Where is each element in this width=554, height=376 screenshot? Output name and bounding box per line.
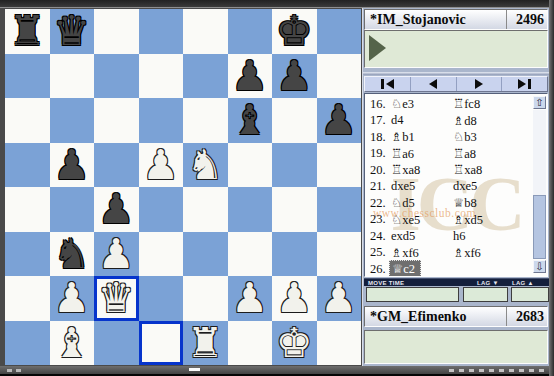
square-a6[interactable]	[5, 98, 50, 143]
piece-white-rook[interactable]: ♜	[187, 321, 224, 365]
piece-white-knight[interactable]: ♞	[187, 143, 224, 187]
black-move[interactable]: ♖xa8	[453, 162, 535, 178]
move-number: 22.	[365, 196, 391, 211]
black-move[interactable]: ♘b3	[453, 129, 535, 145]
move-number: 21.	[365, 179, 391, 194]
square-c5[interactable]	[94, 143, 139, 188]
square-e2[interactable]	[183, 276, 228, 321]
move-row[interactable]: 16.♘e3♖fc8	[365, 96, 535, 113]
top-player-bar: *IM_Stojanovic 2496	[364, 9, 548, 30]
square-h1[interactable]	[317, 321, 362, 366]
square-h5[interactable]	[317, 143, 362, 188]
square-e3[interactable]	[183, 232, 228, 277]
square-c8[interactable]	[94, 9, 139, 54]
move-rows: 16.♘e3♖fc817.d4♗d818.♗b1♘b319.♖a6♖a820.♖…	[365, 96, 535, 277]
square-b6[interactable]	[50, 98, 95, 143]
piece-white-pawn[interactable]: ♟	[98, 232, 135, 276]
black-move[interactable]: ♖a8	[453, 146, 535, 162]
piece-white-king[interactable]: ♚	[276, 321, 313, 365]
move-nav-bar	[364, 76, 548, 92]
piece-black-rook[interactable]: ♜	[9, 9, 46, 53]
square-d6[interactable]	[139, 98, 184, 143]
black-move[interactable]: h6	[453, 229, 535, 244]
black-move[interactable]: ♕b8	[453, 195, 535, 211]
nav-first-move-button[interactable]	[365, 77, 411, 91]
square-d8[interactable]	[139, 9, 184, 54]
move-number: 25.	[365, 245, 391, 260]
square-c3[interactable]: ♟	[94, 232, 139, 277]
next-move-icon	[475, 79, 483, 89]
status-bar	[0, 366, 554, 376]
bottom-player-rating: 2683	[506, 307, 547, 326]
white-move[interactable]: d4	[391, 113, 453, 128]
move-number: 19.	[365, 146, 391, 161]
piece-black-knight[interactable]: ♞	[53, 232, 90, 276]
white-move[interactable]: ♘xe5	[391, 212, 453, 228]
black-move[interactable]: ♗d8	[453, 113, 535, 129]
move-number: 26.	[365, 262, 391, 277]
square-f6[interactable]: ♝	[228, 98, 273, 143]
piece-black-bishop[interactable]: ♝	[231, 98, 268, 142]
square-d3[interactable]	[139, 232, 184, 277]
lag-up-label: LAG ▲	[512, 280, 534, 286]
square-b5[interactable]: ♟	[50, 143, 95, 188]
game-info-panel: *IM_Stojanovic 2496 ICC www	[362, 8, 549, 366]
square-c4[interactable]: ♟	[94, 187, 139, 232]
square-d1[interactable]	[139, 321, 184, 366]
turn-indicator-icon	[369, 35, 386, 61]
white-move[interactable]: ♖xa8	[391, 162, 453, 178]
square-b1[interactable]: ♝	[50, 321, 95, 366]
lag-up-field[interactable]	[511, 287, 549, 302]
move-time-label: MOVE TIME	[368, 280, 404, 286]
square-b3[interactable]: ♞	[50, 232, 95, 277]
square-a5[interactable]	[5, 143, 50, 188]
black-move[interactable]: ♖fc8	[453, 96, 535, 112]
square-e6[interactable]	[183, 98, 228, 143]
scroll-down-button[interactable]: ⇩	[533, 260, 546, 273]
square-e7[interactable]	[183, 54, 228, 99]
white-move[interactable]: ♘d5	[391, 195, 453, 211]
square-h6[interactable]: ♟	[317, 98, 362, 143]
square-f1[interactable]	[228, 321, 273, 366]
move-number: 18.	[365, 130, 391, 145]
square-h3[interactable]	[317, 232, 362, 277]
panel-divider	[363, 72, 550, 75]
bottom-player-clock	[364, 330, 548, 364]
move-time-field[interactable]	[366, 287, 459, 302]
square-b7[interactable]	[50, 54, 95, 99]
piece-black-king[interactable]: ♚	[276, 9, 313, 53]
square-g4[interactable]	[272, 187, 317, 232]
square-h2[interactable]: ♟	[317, 276, 362, 321]
square-a4[interactable]	[5, 187, 50, 232]
nav-previous-move-button[interactable]	[411, 77, 457, 91]
piece-white-pawn[interactable]: ♟	[142, 143, 179, 187]
white-move[interactable]: ♗xf6	[391, 245, 453, 261]
status-bar-left-dashes	[7, 369, 25, 372]
square-a3[interactable]	[5, 232, 50, 277]
square-h7[interactable]	[317, 54, 362, 99]
square-h8[interactable]	[317, 9, 362, 54]
white-move[interactable]: ♗b1	[391, 129, 453, 145]
bottom-player-name: *GM_Efimenko	[365, 307, 506, 326]
bottom-player-bar: *GM_Efimenko 2683	[364, 306, 548, 327]
piece-white-queen[interactable]: ♛	[98, 276, 135, 320]
move-row[interactable]: 25.♗xf6♗xf6	[365, 245, 535, 262]
lag-down-label: LAG ▼	[477, 280, 499, 286]
square-g2[interactable]: ♟	[272, 276, 317, 321]
piece-black-queen[interactable]: ♛	[53, 9, 90, 53]
nav-last-move-button[interactable]	[502, 77, 547, 91]
square-f2[interactable]: ♟	[228, 276, 273, 321]
scrollbar-track[interactable]	[533, 110, 546, 259]
square-b2[interactable]: ♟	[50, 276, 95, 321]
chess-board[interactable]: ♜♛♚♟♟♝♟♟♟♞♟♞♟♟♛♟♟♟♝♜♚	[5, 9, 361, 365]
square-f5[interactable]	[228, 143, 273, 188]
piece-white-pawn[interactable]: ♟	[276, 276, 313, 320]
black-move[interactable]: ♗xd5	[453, 212, 535, 228]
scroll-up-button[interactable]: ⇧	[533, 96, 546, 109]
square-f3[interactable]	[228, 232, 273, 277]
move-number: 17.	[365, 113, 391, 128]
square-e4[interactable]	[183, 187, 228, 232]
square-c1[interactable]	[94, 321, 139, 366]
white-move[interactable]: ♕c2	[391, 260, 453, 277]
piece-white-pawn[interactable]: ♟	[231, 276, 268, 320]
white-move[interactable]: ♖a6	[391, 146, 453, 162]
square-d5[interactable]: ♟	[139, 143, 184, 188]
move-list[interactable]: ICC www.chessclub.com 16.♘e3♖fc817.d4♗d8…	[364, 93, 548, 277]
square-d2[interactable]	[139, 276, 184, 321]
square-a2[interactable]	[5, 276, 50, 321]
status-bar-right-dots	[449, 369, 544, 372]
piece-black-pawn[interactable]: ♟	[53, 143, 90, 187]
scroll-down-icon: ⇩	[535, 261, 543, 272]
top-player-rating: 2496	[506, 10, 547, 29]
square-f4[interactable]	[228, 187, 273, 232]
square-g3[interactable]	[272, 232, 317, 277]
piece-black-pawn[interactable]: ♟	[98, 187, 135, 231]
black-move[interactable]: dxe5	[453, 179, 535, 194]
lag-down-field[interactable]	[463, 287, 508, 302]
square-f8[interactable]	[228, 9, 273, 54]
piece-black-pawn[interactable]: ♟	[276, 54, 313, 98]
square-f7[interactable]: ♟	[228, 54, 273, 99]
window-right-border	[549, 0, 554, 376]
move-number: 24.	[365, 229, 391, 244]
nav-next-move-button[interactable]	[457, 77, 503, 91]
move-row[interactable]: 17.d4♗d8	[365, 113, 535, 130]
move-number: 23.	[365, 212, 391, 227]
last-move-icon	[518, 79, 526, 89]
square-g5[interactable]	[272, 143, 317, 188]
piece-white-bishop[interactable]: ♝	[53, 321, 90, 365]
top-player-name: *IM_Stojanovic	[365, 10, 506, 29]
move-row[interactable]: 20.♖xa8♖xa8	[365, 162, 535, 179]
piece-white-pawn[interactable]: ♟	[320, 276, 357, 320]
white-move[interactable]: ♘e3	[391, 96, 453, 112]
square-c2[interactable]: ♛	[94, 276, 139, 321]
square-c7[interactable]	[94, 54, 139, 99]
square-a8[interactable]: ♜	[5, 9, 50, 54]
black-move[interactable]: ♗xf6	[453, 245, 535, 261]
square-h4[interactable]	[317, 187, 362, 232]
square-g8[interactable]: ♚	[272, 9, 317, 54]
move-row[interactable]: 21.dxe5dxe5	[365, 179, 535, 196]
square-c6[interactable]	[94, 98, 139, 143]
move-row[interactable]: 18.♗b1♘b3	[365, 129, 535, 146]
scroll-up-icon: ⇧	[535, 97, 543, 108]
square-e1[interactable]: ♜	[183, 321, 228, 366]
blitzin-window: ♜♛♚♟♟♝♟♟♟♞♟♞♟♟♛♟♟♟♝♜♚ *IM_Stojanovic 249…	[0, 0, 554, 376]
square-a7[interactable]	[5, 54, 50, 99]
square-b8[interactable]: ♛	[50, 9, 95, 54]
first-move-icon	[381, 79, 384, 89]
piece-black-pawn[interactable]: ♟	[231, 54, 268, 98]
previous-move-icon	[429, 79, 437, 89]
square-e8[interactable]	[183, 9, 228, 54]
move-row[interactable]: 24.exd5h6	[365, 228, 535, 245]
move-number: 20.	[365, 163, 391, 178]
move-row[interactable]: 23.♘xe5♗xd5	[365, 212, 535, 229]
square-e5[interactable]: ♞	[183, 143, 228, 188]
move-row[interactable]: 22.♘d5♕b8	[365, 195, 535, 212]
move-row[interactable]: 26.♕c2	[365, 261, 535, 277]
square-g1[interactable]: ♚	[272, 321, 317, 366]
scrollbar-thumb[interactable]	[533, 195, 546, 259]
stat-labels-bar: MOVE TIME LAG ▼ LAG ▲	[364, 278, 549, 286]
piece-black-pawn[interactable]: ♟	[320, 98, 357, 142]
square-g7[interactable]: ♟	[272, 54, 317, 99]
piece-white-pawn[interactable]: ♟	[53, 276, 90, 320]
white-move[interactable]: dxe5	[391, 179, 453, 194]
square-b4[interactable]	[50, 187, 95, 232]
move-number: 16.	[365, 97, 391, 112]
square-a1[interactable]	[5, 321, 50, 366]
move-row[interactable]: 19.♖a6♖a8	[365, 146, 535, 163]
square-g6[interactable]	[272, 98, 317, 143]
square-d7[interactable]	[139, 54, 184, 99]
top-player-clock	[364, 30, 548, 68]
white-move[interactable]: exd5	[391, 229, 453, 244]
status-bar-resize-handle[interactable]	[189, 368, 200, 371]
square-d4[interactable]	[139, 187, 184, 232]
